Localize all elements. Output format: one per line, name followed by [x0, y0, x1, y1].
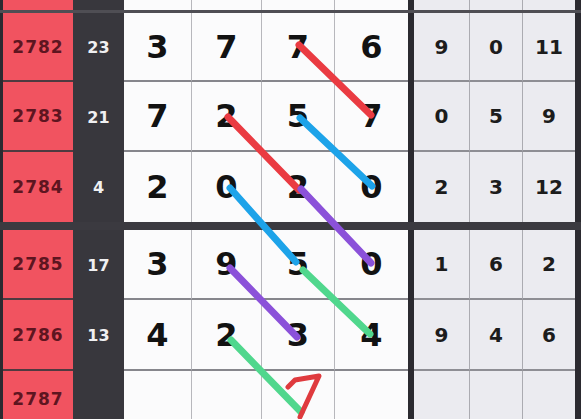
digit-cell: 2 [262, 152, 335, 222]
right-frame [575, 82, 581, 152]
right-frame [575, 371, 581, 419]
stat-cell: 0 [470, 13, 523, 82]
stat-cell: 6 [523, 300, 575, 371]
digit-cell: 4 [335, 300, 408, 371]
right-frame [575, 0, 581, 10]
right-frame [575, 13, 581, 82]
partial-row-digit-cell [262, 0, 335, 10]
digit-cell: 7 [124, 82, 192, 152]
period-cell: 2787 [3, 371, 73, 419]
digit-cell: 9 [192, 230, 262, 300]
stat-cell: 2 [523, 230, 575, 300]
right-frame [575, 152, 581, 222]
period-cell: 2784 [3, 152, 73, 222]
digit-cell: 7 [262, 13, 335, 82]
stat-cell: 1 [414, 230, 470, 300]
digit-cell: 4 [124, 300, 192, 371]
stat-cell: 4 [470, 300, 523, 371]
digit-cell: 0 [335, 152, 408, 222]
digit-cell [124, 371, 192, 419]
stat-cell [414, 371, 470, 419]
digit-cell: 5 [262, 230, 335, 300]
period-cell: 2786 [3, 300, 73, 371]
partial-row-digit-cell [192, 0, 262, 10]
stat-cell [523, 371, 575, 419]
stat-cell: 11 [523, 13, 575, 82]
sum-cell: 13 [73, 300, 124, 371]
stat-cell: 9 [414, 300, 470, 371]
digit-cell: 5 [262, 82, 335, 152]
digit-cell: 3 [124, 230, 192, 300]
stat-cell: 9 [414, 13, 470, 82]
stat-cell [470, 371, 523, 419]
partial-row-digit-cell [335, 0, 408, 10]
right-frame [575, 230, 581, 300]
row-group-separator [0, 222, 581, 230]
partial-row-period-cell [3, 0, 73, 10]
partial-row-stat-cell [414, 0, 470, 10]
stat-cell: 12 [523, 152, 575, 222]
digit-cell: 2 [192, 300, 262, 371]
digit-cell [335, 371, 408, 419]
partial-row-stat-cell [523, 0, 575, 10]
digit-cell: 0 [192, 152, 262, 222]
period-cell: 2783 [3, 82, 73, 152]
stat-cell: 2 [414, 152, 470, 222]
digit-cell: 6 [335, 13, 408, 82]
partial-row-digit-cell [124, 0, 192, 10]
digit-cell [262, 371, 335, 419]
right-frame [575, 300, 581, 371]
digit-cell [192, 371, 262, 419]
digit-cell: 3 [262, 300, 335, 371]
sum-cell: 23 [73, 13, 124, 82]
sum-cell: 4 [73, 152, 124, 222]
stat-cell: 6 [470, 230, 523, 300]
sum-cell: 17 [73, 230, 124, 300]
stat-cell: 5 [470, 82, 523, 152]
partial-row-sum-cell [73, 0, 124, 10]
digit-cell: 7 [335, 82, 408, 152]
digit-cell: 0 [335, 230, 408, 300]
stat-cell: 0 [414, 82, 470, 152]
sum-cell: 21 [73, 82, 124, 152]
digit-cell: 3 [124, 13, 192, 82]
period-cell: 2782 [3, 13, 73, 82]
stat-cell: 3 [470, 152, 523, 222]
digit-cell: 2 [192, 82, 262, 152]
trend-chart-board: 2782 23 3 7 7 6 9 0 11 2783 21 7 2 5 7 0… [0, 0, 581, 419]
stat-cell: 9 [523, 82, 575, 152]
sum-cell [73, 371, 124, 419]
period-cell: 2785 [3, 230, 73, 300]
partial-row-stat-cell [470, 0, 523, 10]
digit-cell: 2 [124, 152, 192, 222]
digit-cell: 7 [192, 13, 262, 82]
